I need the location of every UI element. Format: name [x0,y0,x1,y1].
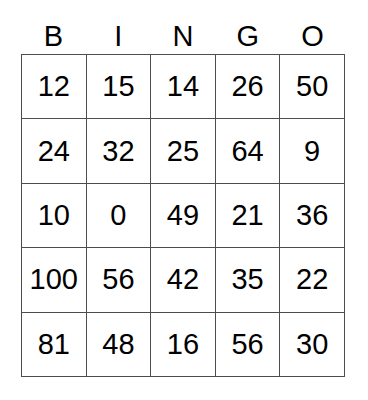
bingo-cell[interactable]: 49 [151,184,215,247]
bingo-cell[interactable]: 50 [280,55,344,118]
bingo-cell[interactable]: 36 [280,184,344,247]
bingo-cell[interactable]: 26 [216,55,280,118]
bingo-cell[interactable]: 21 [216,184,280,247]
bingo-cell[interactable]: 9 [280,119,344,182]
bingo-cell[interactable]: 22 [280,248,344,311]
bingo-cell[interactable]: 0 [87,184,151,247]
bingo-cell[interactable]: 48 [87,313,151,376]
bingo-cell[interactable]: 30 [280,313,344,376]
column-header-o: O [280,19,345,54]
bingo-cell[interactable]: 16 [151,313,215,376]
column-header-g: G [215,19,280,54]
bingo-cell[interactable]: 15 [87,55,151,118]
bingo-cell[interactable]: 56 [216,313,280,376]
bingo-cell[interactable]: 100 [22,248,86,311]
column-header-i: I [86,19,151,54]
bingo-cell[interactable]: 24 [22,119,86,182]
bingo-card: B I N G O 12 15 14 26 50 24 32 25 64 9 1… [0,0,368,400]
bingo-cell[interactable]: 32 [87,119,151,182]
bingo-cell[interactable]: 25 [151,119,215,182]
bingo-cell[interactable]: 14 [151,55,215,118]
bingo-cell[interactable]: 42 [151,248,215,311]
bingo-cell[interactable]: 10 [22,184,86,247]
column-header-n: N [151,19,216,54]
bingo-header-row: B I N G O [21,0,345,54]
bingo-board: 12 15 14 26 50 24 32 25 64 9 10 0 49 21 … [21,54,345,377]
bingo-cell[interactable]: 64 [216,119,280,182]
bingo-cell[interactable]: 56 [87,248,151,311]
bingo-cell[interactable]: 12 [22,55,86,118]
bingo-cell[interactable]: 35 [216,248,280,311]
bingo-cell[interactable]: 81 [22,313,86,376]
column-header-b: B [21,19,86,54]
